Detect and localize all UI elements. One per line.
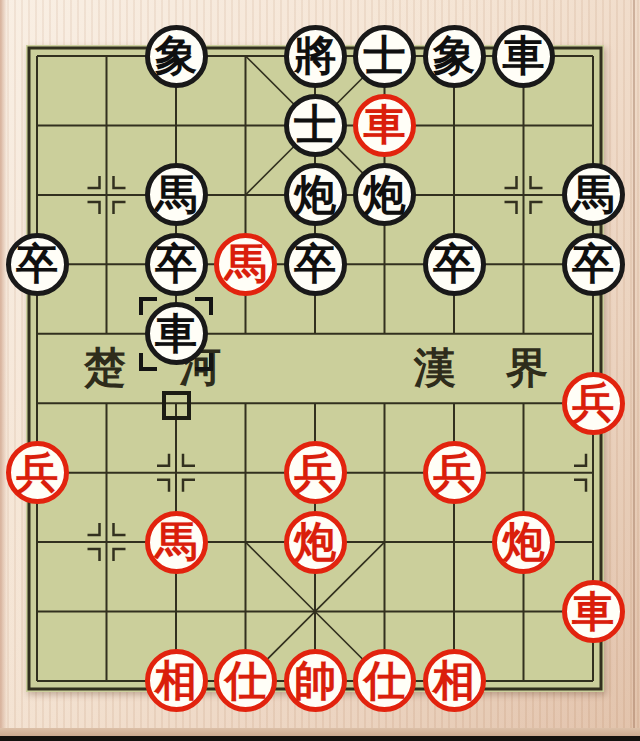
- piece-red-elephant[interactable]: 相: [423, 649, 486, 712]
- piece-red-general[interactable]: 帥: [284, 649, 347, 712]
- piece-black-cannon[interactable]: 炮: [284, 163, 347, 226]
- piece-black-horse[interactable]: 馬: [145, 163, 208, 226]
- bracket-top-left: [139, 297, 157, 315]
- piece-black-horse[interactable]: 馬: [562, 163, 625, 226]
- piece-black-soldier[interactable]: 卒: [145, 233, 208, 296]
- piece-black-elephant[interactable]: 象: [423, 25, 486, 88]
- piece-black-advisor[interactable]: 士: [353, 25, 416, 88]
- piece-black-advisor[interactable]: 士: [284, 94, 347, 157]
- piece-red-soldier[interactable]: 兵: [6, 441, 69, 504]
- piece-red-soldier[interactable]: 兵: [562, 372, 625, 435]
- piece-red-horse[interactable]: 馬: [214, 233, 277, 296]
- xiangqi-app-window: 楚 河 漢 界 象將士象車士車馬炮炮馬卒卒馬卒卒卒車兵兵兵兵馬炮炮車相仕帥仕相: [0, 0, 640, 741]
- piece-black-soldier[interactable]: 卒: [423, 233, 486, 296]
- last-move-square-marker: [162, 391, 191, 420]
- piece-black-cannon[interactable]: 炮: [353, 163, 416, 226]
- piece-black-soldier[interactable]: 卒: [562, 233, 625, 296]
- piece-red-elephant[interactable]: 相: [145, 649, 208, 712]
- piece-black-soldier[interactable]: 卒: [284, 233, 347, 296]
- piece-red-chariot[interactable]: 車: [353, 94, 416, 157]
- piece-black-chariot[interactable]: 車: [492, 25, 555, 88]
- piece-red-soldier[interactable]: 兵: [284, 441, 347, 504]
- piece-black-soldier[interactable]: 卒: [6, 233, 69, 296]
- bracket-bottom-right: [195, 353, 213, 371]
- piece-red-cannon[interactable]: 炮: [492, 511, 555, 574]
- piece-red-cannon[interactable]: 炮: [284, 511, 347, 574]
- bracket-bottom-left: [139, 353, 157, 371]
- piece-red-chariot[interactable]: 車: [562, 580, 625, 643]
- piece-red-soldier[interactable]: 兵: [423, 441, 486, 504]
- bracket-top-right: [195, 297, 213, 315]
- piece-black-general[interactable]: 將: [284, 25, 347, 88]
- selection-brackets-marker: [139, 297, 213, 371]
- piece-black-elephant[interactable]: 象: [145, 25, 208, 88]
- piece-red-horse[interactable]: 馬: [145, 511, 208, 574]
